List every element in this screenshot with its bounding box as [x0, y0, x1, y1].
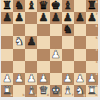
square-e8[interactable]: ♚ [50, 0, 62, 12]
piece-white-knight[interactable]: ♞ [75, 85, 85, 97]
square-h8[interactable]: ♜8 [86, 0, 98, 12]
square-a6[interactable] [1, 24, 13, 36]
rank-label-4: 4 [95, 49, 97, 52]
square-a1[interactable]: ♜a [1, 85, 13, 97]
piece-white-pawn[interactable]: ♟ [63, 73, 73, 85]
piece-white-pawn[interactable]: ♟ [39, 73, 49, 85]
square-a8[interactable]: ♜ [1, 0, 13, 12]
rank-label-3: 3 [95, 61, 97, 64]
square-a3[interactable] [1, 61, 13, 73]
square-c5[interactable]: ♟ [25, 36, 37, 48]
square-f7[interactable]: ♟ [62, 12, 74, 24]
square-g3[interactable] [74, 61, 86, 73]
square-h3[interactable]: 3 [86, 61, 98, 73]
square-c8[interactable]: ♝ [25, 0, 37, 12]
piece-black-pawn[interactable]: ♟ [14, 12, 24, 24]
rank-label-6: 6 [95, 25, 97, 28]
piece-white-rook[interactable]: ♜ [2, 85, 12, 97]
piece-black-king[interactable]: ♚ [51, 0, 61, 12]
square-b6[interactable] [13, 24, 25, 36]
piece-white-pawn[interactable]: ♟ [14, 73, 24, 85]
piece-black-knight[interactable]: ♞ [63, 24, 73, 36]
square-b8[interactable]: ♞ [13, 0, 25, 12]
piece-white-rook[interactable]: ♜ [87, 85, 97, 97]
square-c1[interactable]: ♝c [25, 85, 37, 97]
square-d2[interactable]: ♟ [37, 73, 49, 85]
square-e4[interactable]: ♟ [50, 49, 62, 61]
piece-black-queen[interactable]: ♛ [39, 0, 49, 12]
piece-black-pawn[interactable]: ♟ [63, 12, 73, 24]
piece-black-knight[interactable]: ♞ [14, 0, 24, 12]
square-c7[interactable] [25, 12, 37, 24]
square-g7[interactable]: ♟ [74, 12, 86, 24]
square-c2[interactable]: ♟ [25, 73, 37, 85]
piece-black-pawn[interactable]: ♟ [2, 12, 12, 24]
piece-black-bishop[interactable]: ♝ [26, 0, 36, 12]
square-g1[interactable]: ♞g [74, 85, 86, 97]
square-d7[interactable]: ♟ [37, 12, 49, 24]
square-h7[interactable]: ♟7 [86, 12, 98, 24]
square-a7[interactable]: ♟ [1, 12, 13, 24]
square-d3[interactable] [37, 61, 49, 73]
square-g6[interactable] [74, 24, 86, 36]
square-b1[interactable]: b [13, 85, 25, 97]
square-g5[interactable] [74, 36, 86, 48]
square-e2[interactable] [50, 73, 62, 85]
piece-black-pawn[interactable]: ♟ [51, 12, 61, 24]
square-e7[interactable]: ♟ [50, 12, 62, 24]
square-a2[interactable]: ♟ [1, 73, 13, 85]
piece-white-bishop[interactable]: ♝ [26, 85, 36, 97]
square-b4[interactable] [13, 49, 25, 61]
piece-black-pawn[interactable]: ♟ [75, 12, 85, 24]
square-d4[interactable] [37, 49, 49, 61]
square-h1[interactable]: ♜1h [86, 85, 98, 97]
piece-white-pawn[interactable]: ♟ [26, 73, 36, 85]
square-f8[interactable]: ♝ [62, 0, 74, 12]
square-f3[interactable] [62, 61, 74, 73]
square-h6[interactable]: 6 [86, 24, 98, 36]
square-h5[interactable]: 5 [86, 36, 98, 48]
square-a5[interactable] [1, 36, 13, 48]
piece-black-bishop[interactable]: ♝ [63, 0, 73, 12]
square-a4[interactable] [1, 49, 13, 61]
square-f4[interactable] [62, 49, 74, 61]
square-c4[interactable] [25, 49, 37, 61]
square-e1[interactable]: ♚e [50, 85, 62, 97]
piece-black-rook[interactable]: ♜ [87, 0, 97, 12]
piece-white-pawn[interactable]: ♟ [87, 73, 97, 85]
square-g4[interactable] [74, 49, 86, 61]
square-f2[interactable]: ♟ [62, 73, 74, 85]
square-f5[interactable] [62, 36, 74, 48]
square-b3[interactable] [13, 61, 25, 73]
square-f6[interactable]: ♞ [62, 24, 74, 36]
square-e6[interactable] [50, 24, 62, 36]
square-b5[interactable]: ♞ [13, 36, 25, 48]
square-d5[interactable] [37, 36, 49, 48]
square-e5[interactable] [50, 36, 62, 48]
square-g8[interactable] [74, 0, 86, 12]
square-f1[interactable]: ♝f [62, 85, 74, 97]
piece-white-king[interactable]: ♚ [51, 85, 61, 97]
square-d1[interactable]: ♛d [37, 85, 49, 97]
piece-white-pawn[interactable]: ♟ [2, 73, 12, 85]
square-b2[interactable]: ♟ [13, 73, 25, 85]
square-d6[interactable] [37, 24, 49, 36]
square-d8[interactable]: ♛ [37, 0, 49, 12]
chess-board: ♜♞♝♛♚♝♜8♟♟♟♟♟♟♟7♞6♞♟5♟43♟♟♟♟♟♟♟2♜ab♝c♛d♚… [1, 0, 98, 97]
square-h2[interactable]: ♟2 [86, 73, 98, 85]
piece-white-knight[interactable]: ♞ [14, 36, 24, 48]
piece-white-pawn[interactable]: ♟ [51, 49, 61, 61]
square-b7[interactable]: ♟ [13, 12, 25, 24]
piece-black-pawn[interactable]: ♟ [87, 12, 97, 24]
piece-white-pawn[interactable]: ♟ [75, 73, 85, 85]
square-g2[interactable]: ♟ [74, 73, 86, 85]
piece-white-bishop[interactable]: ♝ [63, 85, 73, 97]
chess-app-screenshot: ♜♞♝♛♚♝♜8♟♟♟♟♟♟♟7♞6♞♟5♟43♟♟♟♟♟♟♟2♜ab♝c♛d♚… [0, 0, 100, 100]
square-c6[interactable] [25, 24, 37, 36]
piece-black-pawn[interactable]: ♟ [39, 12, 49, 24]
piece-black-pawn[interactable]: ♟ [26, 36, 36, 48]
square-h4[interactable]: 4 [86, 49, 98, 61]
square-c3[interactable] [25, 61, 37, 73]
rank-label-5: 5 [95, 37, 97, 40]
piece-black-rook[interactable]: ♜ [2, 0, 12, 12]
piece-white-queen[interactable]: ♛ [39, 85, 49, 97]
square-e3[interactable] [50, 61, 62, 73]
